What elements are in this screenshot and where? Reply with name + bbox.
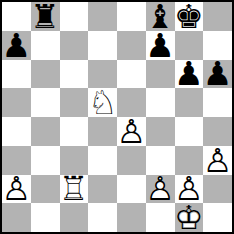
piece-black-rook: ♜ xyxy=(31,2,60,31)
piece-white-pawn: ♟♙ xyxy=(203,146,232,175)
square-h6[interactable]: ♟ xyxy=(203,60,232,89)
square-d4[interactable] xyxy=(88,117,117,146)
square-f6[interactable] xyxy=(146,60,175,89)
square-c1[interactable] xyxy=(60,203,89,232)
square-f7[interactable]: ♟ xyxy=(146,31,175,60)
square-b4[interactable] xyxy=(31,117,60,146)
square-g8[interactable]: ♚ xyxy=(175,2,204,31)
piece-black-pawn: ♟ xyxy=(203,60,232,89)
square-b3[interactable] xyxy=(31,146,60,175)
square-c2[interactable]: ♜♖ xyxy=(60,175,89,204)
piece-white-pawn: ♟♙ xyxy=(146,175,175,204)
square-e1[interactable] xyxy=(117,203,146,232)
square-b5[interactable] xyxy=(31,88,60,117)
square-b8[interactable]: ♜ xyxy=(31,2,60,31)
square-e8[interactable] xyxy=(117,2,146,31)
square-b6[interactable] xyxy=(31,60,60,89)
square-b2[interactable] xyxy=(31,175,60,204)
square-c5[interactable] xyxy=(60,88,89,117)
square-a7[interactable]: ♟ xyxy=(2,31,31,60)
piece-black-pawn: ♟ xyxy=(175,60,204,89)
square-f4[interactable] xyxy=(146,117,175,146)
square-c6[interactable] xyxy=(60,60,89,89)
square-d5[interactable]: ♞♘ xyxy=(88,88,117,117)
square-e7[interactable] xyxy=(117,31,146,60)
square-g1[interactable]: ♚♔ xyxy=(175,203,204,232)
piece-black-pawn: ♟ xyxy=(2,31,31,60)
square-c7[interactable] xyxy=(60,31,89,60)
square-g6[interactable]: ♟ xyxy=(175,60,204,89)
square-b1[interactable] xyxy=(31,203,60,232)
square-a6[interactable] xyxy=(2,60,31,89)
square-h1[interactable] xyxy=(203,203,232,232)
square-e3[interactable] xyxy=(117,146,146,175)
square-e6[interactable] xyxy=(117,60,146,89)
square-e2[interactable] xyxy=(117,175,146,204)
piece-white-king: ♚♔ xyxy=(175,203,204,232)
chess-board: ♜♝♚♟♟♟♟♞♘♟♙♟♙♟♙♜♖♟♙♟♙♚♔ xyxy=(0,0,234,234)
square-d3[interactable] xyxy=(88,146,117,175)
square-h8[interactable] xyxy=(203,2,232,31)
square-b7[interactable] xyxy=(31,31,60,60)
square-f1[interactable] xyxy=(146,203,175,232)
piece-white-rook: ♜♖ xyxy=(60,175,89,204)
square-e4[interactable]: ♟♙ xyxy=(117,117,146,146)
square-a4[interactable] xyxy=(2,117,31,146)
square-d1[interactable] xyxy=(88,203,117,232)
square-d7[interactable] xyxy=(88,31,117,60)
square-h5[interactable] xyxy=(203,88,232,117)
square-h3[interactable]: ♟♙ xyxy=(203,146,232,175)
square-g5[interactable] xyxy=(175,88,204,117)
piece-black-king: ♚ xyxy=(175,2,204,31)
square-c8[interactable] xyxy=(60,2,89,31)
square-h2[interactable] xyxy=(203,175,232,204)
square-f2[interactable]: ♟♙ xyxy=(146,175,175,204)
piece-white-pawn: ♟♙ xyxy=(117,117,146,146)
square-f5[interactable] xyxy=(146,88,175,117)
square-a1[interactable] xyxy=(2,203,31,232)
square-d2[interactable] xyxy=(88,175,117,204)
square-a2[interactable]: ♟♙ xyxy=(2,175,31,204)
square-a5[interactable] xyxy=(2,88,31,117)
piece-white-pawn: ♟♙ xyxy=(2,175,31,204)
square-d8[interactable] xyxy=(88,2,117,31)
square-c4[interactable] xyxy=(60,117,89,146)
piece-black-pawn: ♟ xyxy=(146,31,175,60)
piece-white-knight: ♞♘ xyxy=(88,88,117,117)
square-g4[interactable] xyxy=(175,117,204,146)
